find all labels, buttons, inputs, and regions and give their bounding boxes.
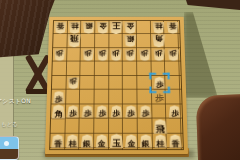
sq-23[interactable]: 歩: [152, 48, 166, 62]
sq-47[interactable]: 歩: [124, 105, 139, 120]
scene-thumbnail-icon[interactable]: [0, 136, 19, 160]
sq-82[interactable]: 飛: [67, 35, 81, 49]
sq-26[interactable]: 歩: [152, 90, 167, 104]
piece-bP-17[interactable]: 歩: [168, 106, 180, 119]
piece-bL-19[interactable]: 香: [169, 135, 182, 149]
sq-49[interactable]: 金: [124, 134, 139, 149]
back-button[interactable]: もどる: [1, 121, 18, 128]
sq-55[interactable]: [109, 76, 123, 90]
sq-25[interactable]: 歩: [152, 76, 167, 90]
sq-16[interactable]: [167, 90, 182, 104]
board-surface: 香桂銀金王金桂香飛銀角歩歩歩歩歩歩歩歩歩歩歩歩角歩歩歩歩歩歩歩飛香桂銀金玉金銀桂…: [45, 17, 188, 154]
sq-14[interactable]: [166, 62, 181, 76]
piece-bP-96[interactable]: 歩: [53, 91, 65, 103]
piece-bN-29[interactable]: 桂: [154, 135, 167, 149]
sq-35[interactable]: [138, 76, 153, 90]
sq-54[interactable]: [109, 62, 123, 76]
sq-48[interactable]: [124, 119, 139, 134]
sq-74[interactable]: [81, 62, 95, 76]
board-grid: 香桂銀金王金桂香飛銀角歩歩歩歩歩歩歩歩歩歩歩歩角歩歩歩歩歩歩歩飛香桂銀金玉金銀桂…: [49, 20, 184, 150]
sq-56[interactable]: [109, 90, 123, 104]
piece-wP-23[interactable]: 歩: [153, 49, 165, 61]
sq-57[interactable]: 歩: [109, 105, 124, 120]
assist-mode-toggle[interactable]: アシストON: [0, 97, 31, 106]
sq-31[interactable]: [137, 21, 151, 34]
sq-92[interactable]: [53, 35, 67, 49]
piece-bS-79[interactable]: 銀: [80, 135, 93, 149]
sq-73[interactable]: 歩: [81, 48, 95, 62]
sq-42[interactable]: 銀: [123, 35, 137, 49]
sq-97[interactable]: 角: [51, 105, 66, 120]
piece-bR-28[interactable]: 飛: [153, 119, 167, 133]
sq-21[interactable]: 桂: [151, 21, 165, 34]
sq-45[interactable]: [124, 76, 138, 90]
piece-wG-41[interactable]: 金: [124, 21, 137, 33]
sq-75[interactable]: [81, 76, 96, 90]
piece-wR-82[interactable]: 飛: [67, 34, 81, 47]
sq-19[interactable]: 香: [168, 134, 183, 149]
piece-wN-21[interactable]: 桂: [152, 21, 165, 33]
piece-wL-91[interactable]: 香: [54, 21, 67, 33]
sq-18[interactable]: [167, 119, 182, 134]
piece-bS-39[interactable]: 銀: [139, 135, 152, 149]
sq-13[interactable]: 歩: [166, 48, 180, 62]
sq-81[interactable]: 桂: [68, 21, 82, 34]
piece-wP-53[interactable]: 歩: [111, 49, 123, 61]
sq-52[interactable]: [109, 35, 123, 49]
piece-bP-25[interactable]: 歩: [153, 77, 165, 89]
sq-64[interactable]: [95, 62, 109, 76]
piece-bP-37[interactable]: 歩: [139, 106, 151, 119]
piece-wP-73[interactable]: 歩: [82, 49, 94, 61]
sq-78[interactable]: [80, 119, 95, 134]
piece-bG-49[interactable]: 金: [125, 135, 138, 149]
sq-38[interactable]: [138, 119, 153, 134]
sq-51[interactable]: 王: [110, 21, 124, 34]
piece-bP-57[interactable]: 歩: [110, 106, 122, 119]
sq-65[interactable]: [95, 76, 109, 90]
sq-39[interactable]: 銀: [138, 134, 153, 149]
sq-37[interactable]: 歩: [138, 105, 153, 120]
sq-68[interactable]: [95, 119, 110, 134]
sq-53[interactable]: 歩: [109, 48, 123, 62]
piece-wG-61[interactable]: 金: [96, 21, 109, 33]
sq-83[interactable]: [67, 48, 81, 62]
sq-44[interactable]: [124, 62, 138, 76]
sq-94[interactable]: [52, 62, 67, 76]
piece-bN-89[interactable]: 桂: [66, 135, 79, 149]
sq-17[interactable]: 歩: [167, 105, 182, 120]
sq-69[interactable]: 金: [94, 134, 109, 149]
sq-15[interactable]: [166, 76, 181, 90]
piece-wP-43[interactable]: 歩: [125, 49, 137, 61]
sq-77[interactable]: 歩: [80, 105, 95, 120]
sq-28[interactable]: 飛: [153, 119, 168, 134]
sq-79[interactable]: 銀: [80, 134, 95, 149]
piece-wS-42[interactable]: 銀: [124, 35, 137, 47]
sq-95[interactable]: [52, 76, 67, 90]
piece-bK-59[interactable]: 玉: [109, 134, 123, 149]
sq-63[interactable]: 歩: [95, 48, 109, 62]
sq-41[interactable]: 金: [123, 21, 137, 34]
sq-22[interactable]: 角: [151, 35, 165, 49]
shogi-board: 香桂銀金王金桂香飛銀角歩歩歩歩歩歩歩歩歩歩歩歩角歩歩歩歩歩歩歩飛香桂銀金玉金銀桂…: [45, 4, 188, 154]
sq-93[interactable]: 歩: [53, 48, 67, 62]
sq-34[interactable]: [138, 62, 152, 76]
sq-91[interactable]: 香: [54, 21, 68, 34]
piece-bP-67[interactable]: 歩: [96, 106, 108, 119]
sq-12[interactable]: [165, 35, 179, 49]
game-screen: 香桂銀金王金桂香飛銀角歩歩歩歩歩歩歩歩歩歩歩歩角歩歩歩歩歩歩歩飛香桂銀金玉金銀桂…: [0, 0, 240, 160]
piece-wL-11[interactable]: 香: [166, 21, 179, 33]
sq-71[interactable]: 銀: [82, 21, 96, 34]
sq-76[interactable]: [80, 90, 95, 104]
piece-bG-69[interactable]: 金: [95, 135, 108, 149]
sq-84[interactable]: [67, 62, 82, 76]
piece-wP-85[interactable]: 歩: [67, 77, 79, 89]
piece-wP-63[interactable]: 歩: [96, 49, 108, 61]
sq-72[interactable]: [81, 35, 95, 49]
side-table-bottom-right: [196, 94, 240, 160]
sq-86[interactable]: [66, 90, 81, 104]
piece-wB-22[interactable]: 角: [152, 34, 166, 47]
piece-wP-93[interactable]: 歩: [54, 49, 66, 61]
sq-89[interactable]: 桂: [65, 134, 80, 149]
piece-wN-81[interactable]: 桂: [68, 21, 81, 33]
sq-87[interactable]: 歩: [66, 105, 81, 120]
sq-46[interactable]: [124, 90, 139, 104]
ghost-piece: 歩: [155, 92, 164, 104]
sq-29[interactable]: 桂: [153, 134, 168, 149]
sq-62[interactable]: [95, 35, 109, 49]
piece-wS-71[interactable]: 銀: [82, 21, 95, 33]
piece-wP-33[interactable]: 歩: [139, 49, 151, 61]
piece-wP-13[interactable]: 歩: [167, 49, 179, 61]
sq-96[interactable]: 歩: [51, 90, 66, 104]
sq-43[interactable]: 歩: [124, 48, 138, 62]
sq-88[interactable]: [65, 119, 80, 134]
piece-wO-51[interactable]: 王: [110, 21, 123, 34]
sq-98[interactable]: [51, 119, 66, 134]
sq-85[interactable]: 歩: [66, 76, 81, 90]
piece-bL-99[interactable]: 香: [51, 135, 64, 149]
sq-58[interactable]: [109, 119, 124, 134]
sq-11[interactable]: 香: [165, 21, 179, 34]
sq-61[interactable]: 金: [96, 21, 110, 34]
piece-bP-77[interactable]: 歩: [81, 106, 93, 119]
piece-bP-87[interactable]: 歩: [67, 106, 79, 119]
sq-32[interactable]: [137, 35, 151, 49]
sq-99[interactable]: 香: [50, 134, 65, 149]
sq-36[interactable]: [138, 90, 153, 104]
sq-66[interactable]: [95, 90, 110, 104]
sq-27[interactable]: [153, 105, 168, 120]
piece-bP-47[interactable]: 歩: [125, 106, 137, 119]
piece-bB-97[interactable]: 角: [51, 105, 65, 119]
sq-33[interactable]: 歩: [138, 48, 152, 62]
sq-67[interactable]: 歩: [95, 105, 110, 120]
sq-24[interactable]: [152, 62, 167, 76]
sq-59[interactable]: 玉: [109, 134, 124, 149]
